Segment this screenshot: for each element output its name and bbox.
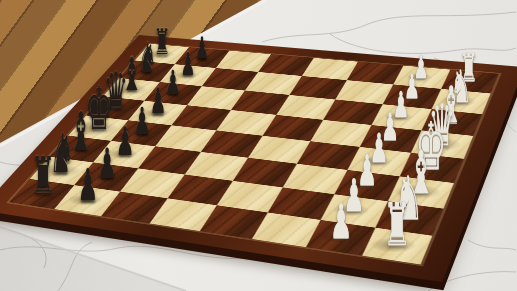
piece-white-rook-h1[interactable]: ♜: [383, 197, 411, 256]
piece-black-pawn-e7[interactable]: ♟: [133, 102, 151, 140]
piece-black-pawn-d7[interactable]: ♟: [150, 84, 167, 119]
piece-black-pawn-g7[interactable]: ♟: [97, 142, 117, 184]
piece-black-pawn-h7[interactable]: ♟: [78, 164, 99, 208]
scene: ♜♟♞♟♟♜♝♟♟♞♛♟♟♝♚♟♟♛♝♟♟♚♞♟♟♝♜♟♟♞♟♜: [0, 0, 517, 291]
piece-black-pawn-a7[interactable]: ♟: [195, 33, 209, 63]
piece-black-pawn-b7[interactable]: ♟: [181, 49, 196, 81]
piece-white-pawn-h2[interactable]: ♟: [329, 198, 352, 246]
piece-black-pawn-f7[interactable]: ♟: [115, 122, 134, 162]
piece-black-pawn-c7[interactable]: ♟: [166, 66, 182, 100]
piece-black-rook-h8[interactable]: ♜: [30, 151, 55, 203]
